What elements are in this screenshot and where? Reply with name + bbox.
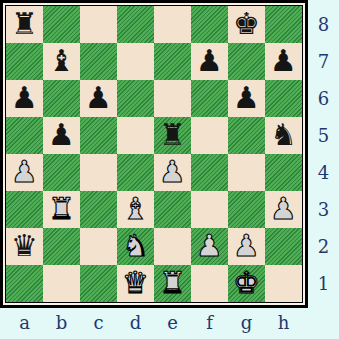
square-d8[interactable] bbox=[117, 6, 154, 43]
square-d7[interactable] bbox=[117, 43, 154, 80]
square-b3[interactable]: ♜ bbox=[43, 191, 80, 228]
square-a2[interactable]: ♛ bbox=[6, 228, 43, 265]
chess-app-page: ♜♚♝♟♟♟♟♟♟♜♞♟♟♜♝♟♛♞♟♟♛♜♚ abcdefgh 8765432… bbox=[0, 0, 339, 339]
file-label-a: a bbox=[6, 308, 43, 339]
rank-label-4: 4 bbox=[308, 154, 339, 191]
square-g2[interactable]: ♟ bbox=[228, 228, 265, 265]
square-f1[interactable] bbox=[191, 265, 228, 302]
square-h5[interactable]: ♞ bbox=[265, 117, 302, 154]
square-e4[interactable]: ♟ bbox=[154, 154, 191, 191]
white-rook-b3[interactable]: ♜ bbox=[43, 191, 80, 228]
square-d3[interactable]: ♝ bbox=[117, 191, 154, 228]
square-b2[interactable] bbox=[43, 228, 80, 265]
square-f7[interactable]: ♟ bbox=[191, 43, 228, 80]
square-h6[interactable] bbox=[265, 80, 302, 117]
white-pawn-f2[interactable]: ♟ bbox=[191, 228, 228, 265]
square-d4[interactable] bbox=[117, 154, 154, 191]
square-h1[interactable] bbox=[265, 265, 302, 302]
black-rook-a8[interactable]: ♜ bbox=[6, 6, 43, 43]
chess-board-frame: ♜♚♝♟♟♟♟♟♟♜♞♟♟♜♝♟♛♞♟♟♛♜♚ bbox=[0, 0, 308, 308]
rank-labels-column: 87654321 bbox=[308, 6, 339, 302]
black-rook-e5[interactable]: ♜ bbox=[154, 117, 191, 154]
square-e8[interactable] bbox=[154, 6, 191, 43]
black-pawn-c6[interactable]: ♟ bbox=[80, 80, 117, 117]
square-d5[interactable] bbox=[117, 117, 154, 154]
square-g4[interactable] bbox=[228, 154, 265, 191]
file-labels-row: abcdefgh bbox=[6, 308, 302, 339]
rank-label-8: 8 bbox=[308, 6, 339, 43]
square-c6[interactable]: ♟ bbox=[80, 80, 117, 117]
square-h3[interactable]: ♟ bbox=[265, 191, 302, 228]
black-pawn-a6[interactable]: ♟ bbox=[6, 80, 43, 117]
square-c4[interactable] bbox=[80, 154, 117, 191]
square-h7[interactable]: ♟ bbox=[265, 43, 302, 80]
white-pawn-a4[interactable]: ♟ bbox=[6, 154, 43, 191]
square-e1[interactable]: ♜ bbox=[154, 265, 191, 302]
square-a1[interactable] bbox=[6, 265, 43, 302]
square-g6[interactable]: ♟ bbox=[228, 80, 265, 117]
square-c7[interactable] bbox=[80, 43, 117, 80]
square-e5[interactable]: ♜ bbox=[154, 117, 191, 154]
white-pawn-e4[interactable]: ♟ bbox=[154, 154, 191, 191]
rank-label-7: 7 bbox=[308, 43, 339, 80]
square-b1[interactable] bbox=[43, 265, 80, 302]
black-knight-h5[interactable]: ♞ bbox=[265, 117, 302, 154]
square-d1[interactable]: ♛ bbox=[117, 265, 154, 302]
square-g8[interactable]: ♚ bbox=[228, 6, 265, 43]
white-pawn-h3[interactable]: ♟ bbox=[265, 191, 302, 228]
square-a7[interactable] bbox=[6, 43, 43, 80]
square-g1[interactable]: ♚ bbox=[228, 265, 265, 302]
square-g3[interactable] bbox=[228, 191, 265, 228]
black-pawn-f7[interactable]: ♟ bbox=[191, 43, 228, 80]
white-king-g1[interactable]: ♚ bbox=[228, 265, 265, 302]
square-f6[interactable] bbox=[191, 80, 228, 117]
square-f5[interactable] bbox=[191, 117, 228, 154]
rank-label-2: 2 bbox=[308, 228, 339, 265]
square-c2[interactable] bbox=[80, 228, 117, 265]
square-e2[interactable] bbox=[154, 228, 191, 265]
white-rook-e1[interactable]: ♜ bbox=[154, 265, 191, 302]
square-e7[interactable] bbox=[154, 43, 191, 80]
square-h2[interactable] bbox=[265, 228, 302, 265]
white-bishop-d3[interactable]: ♝ bbox=[117, 191, 154, 228]
square-b4[interactable] bbox=[43, 154, 80, 191]
white-queen-d1[interactable]: ♛ bbox=[117, 265, 154, 302]
file-label-b: b bbox=[43, 308, 80, 339]
square-c3[interactable] bbox=[80, 191, 117, 228]
file-label-e: e bbox=[154, 308, 191, 339]
square-d2[interactable]: ♞ bbox=[117, 228, 154, 265]
square-b8[interactable] bbox=[43, 6, 80, 43]
square-e6[interactable] bbox=[154, 80, 191, 117]
rank-label-1: 1 bbox=[308, 265, 339, 302]
rank-label-6: 6 bbox=[308, 80, 339, 117]
square-c5[interactable] bbox=[80, 117, 117, 154]
file-label-d: d bbox=[117, 308, 154, 339]
square-f2[interactable]: ♟ bbox=[191, 228, 228, 265]
file-label-f: f bbox=[191, 308, 228, 339]
square-a4[interactable]: ♟ bbox=[6, 154, 43, 191]
black-pawn-b5[interactable]: ♟ bbox=[43, 117, 80, 154]
black-bishop-b7[interactable]: ♝ bbox=[43, 43, 80, 80]
black-pawn-g6[interactable]: ♟ bbox=[228, 80, 265, 117]
square-a6[interactable]: ♟ bbox=[6, 80, 43, 117]
square-b7[interactable]: ♝ bbox=[43, 43, 80, 80]
square-e3[interactable] bbox=[154, 191, 191, 228]
square-h8[interactable] bbox=[265, 6, 302, 43]
square-c1[interactable] bbox=[80, 265, 117, 302]
square-b6[interactable] bbox=[43, 80, 80, 117]
file-label-h: h bbox=[265, 308, 302, 339]
square-g5[interactable] bbox=[228, 117, 265, 154]
file-label-c: c bbox=[80, 308, 117, 339]
square-f3[interactable] bbox=[191, 191, 228, 228]
black-pawn-h7[interactable]: ♟ bbox=[265, 43, 302, 80]
square-f4[interactable] bbox=[191, 154, 228, 191]
rank-label-3: 3 bbox=[308, 191, 339, 228]
square-f8[interactable] bbox=[191, 6, 228, 43]
square-b5[interactable]: ♟ bbox=[43, 117, 80, 154]
square-d6[interactable] bbox=[117, 80, 154, 117]
file-label-g: g bbox=[228, 308, 265, 339]
black-king-g8[interactable]: ♚ bbox=[228, 6, 265, 43]
black-queen-a2[interactable]: ♛ bbox=[6, 228, 43, 265]
square-c8[interactable] bbox=[80, 6, 117, 43]
white-pawn-g2[interactable]: ♟ bbox=[228, 228, 265, 265]
square-g7[interactable] bbox=[228, 43, 265, 80]
chess-board: ♜♚♝♟♟♟♟♟♟♜♞♟♟♜♝♟♛♞♟♟♛♜♚ bbox=[5, 5, 303, 303]
square-h4[interactable] bbox=[265, 154, 302, 191]
rank-label-5: 5 bbox=[308, 117, 339, 154]
square-a3[interactable] bbox=[6, 191, 43, 228]
square-a5[interactable] bbox=[6, 117, 43, 154]
white-knight-d2[interactable]: ♞ bbox=[117, 228, 154, 265]
square-a8[interactable]: ♜ bbox=[6, 6, 43, 43]
